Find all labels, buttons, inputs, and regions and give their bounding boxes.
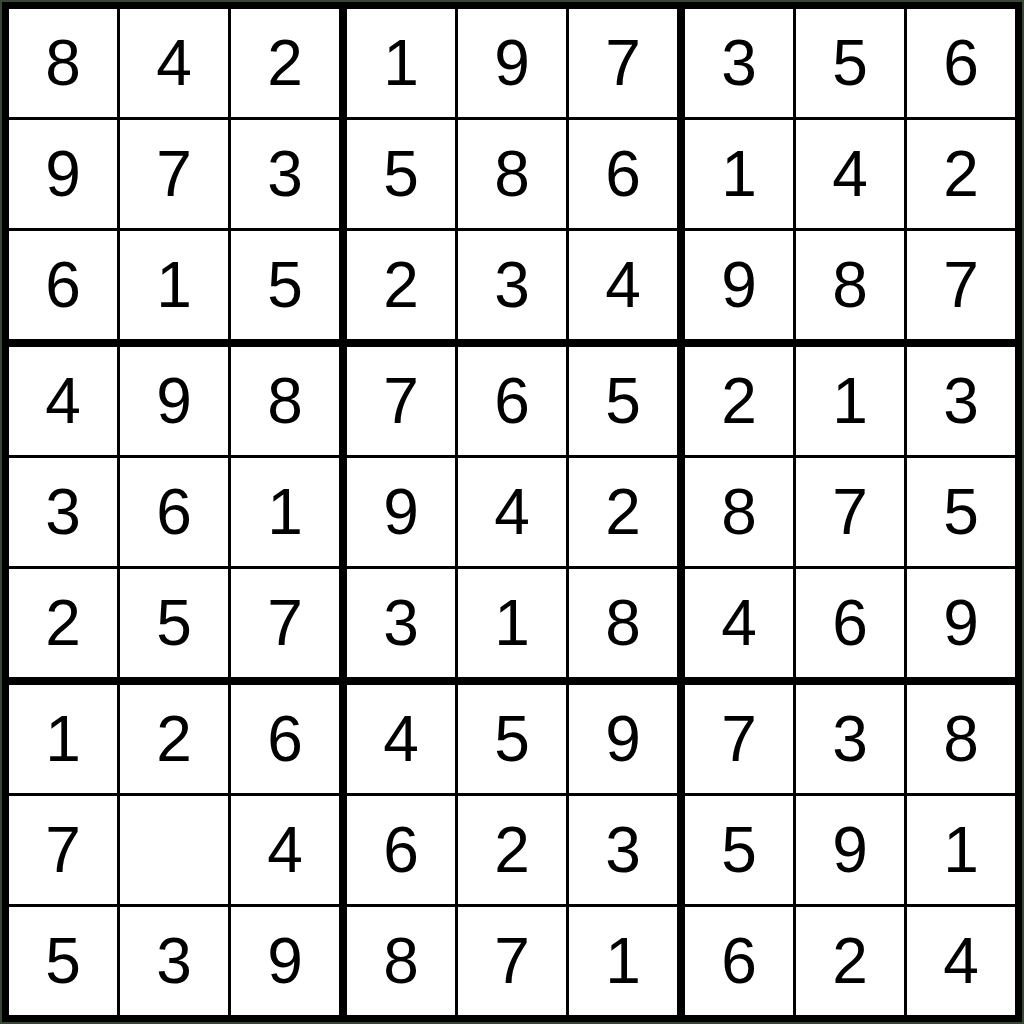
cell-r2c5[interactable]: 8 — [458, 120, 566, 228]
cell-r8c9[interactable]: 1 — [907, 796, 1015, 904]
cell-r3c2[interactable]: 1 — [120, 231, 228, 339]
cell-r2c1[interactable]: 9 — [9, 120, 117, 228]
cell-r3c5[interactable]: 3 — [458, 231, 566, 339]
cell-r4c5[interactable]: 6 — [458, 347, 566, 455]
cell-r5c3[interactable]: 1 — [231, 458, 339, 566]
cell-r9c5[interactable]: 7 — [458, 907, 566, 1015]
cell-r9c4[interactable]: 8 — [347, 907, 455, 1015]
cell-r4c4[interactable]: 7 — [347, 347, 455, 455]
cell-r8c3[interactable]: 4 — [231, 796, 339, 904]
sudoku-board: 8429736151975862343561429874983612577659… — [2, 2, 1022, 1022]
cell-r3c1[interactable]: 6 — [9, 231, 117, 339]
cell-r6c9[interactable]: 9 — [907, 569, 1015, 677]
cell-r6c2[interactable]: 5 — [120, 569, 228, 677]
cell-r5c1[interactable]: 3 — [9, 458, 117, 566]
cell-r9c8[interactable]: 2 — [796, 907, 904, 1015]
cell-r1c1[interactable]: 8 — [9, 9, 117, 117]
cell-r4c3[interactable]: 8 — [231, 347, 339, 455]
cell-r1c4[interactable]: 1 — [347, 9, 455, 117]
cell-r1c6[interactable]: 7 — [569, 9, 677, 117]
box-2-1: 498361257 — [9, 347, 339, 677]
cell-r2c3[interactable]: 3 — [231, 120, 339, 228]
cell-r9c9[interactable]: 4 — [907, 907, 1015, 1015]
cell-r9c3[interactable]: 9 — [231, 907, 339, 1015]
cell-r3c3[interactable]: 5 — [231, 231, 339, 339]
cell-r7c8[interactable]: 3 — [796, 685, 904, 793]
cell-r1c5[interactable]: 9 — [458, 9, 566, 117]
cell-r5c9[interactable]: 5 — [907, 458, 1015, 566]
cell-r3c4[interactable]: 2 — [347, 231, 455, 339]
cell-r3c7[interactable]: 9 — [685, 231, 793, 339]
cell-r9c7[interactable]: 6 — [685, 907, 793, 1015]
cell-r2c6[interactable]: 6 — [569, 120, 677, 228]
cell-r4c9[interactable]: 3 — [907, 347, 1015, 455]
cell-r8c5[interactable]: 2 — [458, 796, 566, 904]
cell-r4c1[interactable]: 4 — [9, 347, 117, 455]
cell-r8c4[interactable]: 6 — [347, 796, 455, 904]
cell-r2c4[interactable]: 5 — [347, 120, 455, 228]
cell-r8c6[interactable]: 3 — [569, 796, 677, 904]
cell-r5c8[interactable]: 7 — [796, 458, 904, 566]
cell-r6c6[interactable]: 8 — [569, 569, 677, 677]
box-2-3: 213875469 — [685, 347, 1015, 677]
cell-r8c8[interactable]: 9 — [796, 796, 904, 904]
cell-r1c9[interactable]: 6 — [907, 9, 1015, 117]
cell-r5c2[interactable]: 6 — [120, 458, 228, 566]
box-3-1: 12674539 — [9, 685, 339, 1015]
cell-r7c7[interactable]: 7 — [685, 685, 793, 793]
box-3-2: 459623871 — [347, 685, 677, 1015]
cell-r6c1[interactable]: 2 — [9, 569, 117, 677]
cell-r9c6[interactable]: 1 — [569, 907, 677, 1015]
cell-r7c6[interactable]: 9 — [569, 685, 677, 793]
cell-r7c4[interactable]: 4 — [347, 685, 455, 793]
box-1-3: 356142987 — [685, 9, 1015, 339]
cell-r8c1[interactable]: 7 — [9, 796, 117, 904]
cell-r7c9[interactable]: 8 — [907, 685, 1015, 793]
cell-r2c2[interactable]: 7 — [120, 120, 228, 228]
cell-r1c2[interactable]: 4 — [120, 9, 228, 117]
cell-r7c1[interactable]: 1 — [9, 685, 117, 793]
cell-r4c6[interactable]: 5 — [569, 347, 677, 455]
cell-r6c3[interactable]: 7 — [231, 569, 339, 677]
cell-r2c8[interactable]: 4 — [796, 120, 904, 228]
cell-r1c3[interactable]: 2 — [231, 9, 339, 117]
cell-r6c8[interactable]: 6 — [796, 569, 904, 677]
box-3-3: 738591624 — [685, 685, 1015, 1015]
cell-r3c9[interactable]: 7 — [907, 231, 1015, 339]
cell-r6c4[interactable]: 3 — [347, 569, 455, 677]
sudoku-box-grid: 8429736151975862343561429874983612577659… — [9, 9, 1015, 1015]
cell-r8c2[interactable] — [120, 796, 228, 904]
cell-r6c5[interactable]: 1 — [458, 569, 566, 677]
cell-r2c9[interactable]: 2 — [907, 120, 1015, 228]
cell-r4c7[interactable]: 2 — [685, 347, 793, 455]
cell-r3c6[interactable]: 4 — [569, 231, 677, 339]
box-1-1: 842973615 — [9, 9, 339, 339]
cell-r5c4[interactable]: 9 — [347, 458, 455, 566]
cell-r7c3[interactable]: 6 — [231, 685, 339, 793]
cell-r9c1[interactable]: 5 — [9, 907, 117, 1015]
cell-r8c7[interactable]: 5 — [685, 796, 793, 904]
box-2-2: 765942318 — [347, 347, 677, 677]
cell-r1c8[interactable]: 5 — [796, 9, 904, 117]
cell-r4c8[interactable]: 1 — [796, 347, 904, 455]
cell-r7c2[interactable]: 2 — [120, 685, 228, 793]
cell-r9c2[interactable]: 3 — [120, 907, 228, 1015]
cell-r5c5[interactable]: 4 — [458, 458, 566, 566]
cell-r4c2[interactable]: 9 — [120, 347, 228, 455]
cell-r1c7[interactable]: 3 — [685, 9, 793, 117]
cell-r7c5[interactable]: 5 — [458, 685, 566, 793]
cell-r2c7[interactable]: 1 — [685, 120, 793, 228]
box-1-2: 197586234 — [347, 9, 677, 339]
cell-r5c7[interactable]: 8 — [685, 458, 793, 566]
cell-r3c8[interactable]: 8 — [796, 231, 904, 339]
cell-r6c7[interactable]: 4 — [685, 569, 793, 677]
cell-r5c6[interactable]: 2 — [569, 458, 677, 566]
